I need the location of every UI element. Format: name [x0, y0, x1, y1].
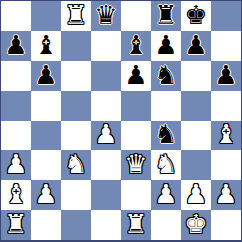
- square-h1[interactable]: [211, 210, 241, 240]
- white-pawn[interactable]: ♟: [214, 181, 237, 207]
- square-f4[interactable]: ♞: [151, 121, 181, 151]
- white-pawn[interactable]: ♟: [4, 151, 27, 177]
- square-e7[interactable]: ♝: [121, 31, 151, 61]
- square-h8[interactable]: [211, 1, 241, 31]
- white-knight[interactable]: ♞: [154, 151, 177, 177]
- black-bishop[interactable]: ♝: [124, 32, 147, 58]
- white-pawn[interactable]: ♟: [154, 181, 177, 207]
- square-f1[interactable]: [151, 210, 181, 240]
- square-g3[interactable]: [181, 150, 211, 180]
- white-knight[interactable]: ♞: [64, 151, 87, 177]
- square-h3[interactable]: [211, 150, 241, 180]
- square-d7[interactable]: [91, 31, 121, 61]
- square-e4[interactable]: [121, 121, 151, 151]
- square-g6[interactable]: [181, 61, 211, 91]
- square-h2[interactable]: ♟: [211, 180, 241, 210]
- square-g8[interactable]: ♚: [181, 1, 211, 31]
- square-f3[interactable]: ♞: [151, 150, 181, 180]
- black-pawn[interactable]: ♟: [154, 32, 177, 58]
- black-queen[interactable]: ♛: [94, 2, 117, 28]
- square-e6[interactable]: ♟: [121, 61, 151, 91]
- square-a6[interactable]: [1, 61, 31, 91]
- square-a5[interactable]: [1, 91, 31, 121]
- black-bishop[interactable]: ♝: [34, 32, 57, 58]
- square-d4[interactable]: ♟: [91, 121, 121, 151]
- square-e3[interactable]: ♛: [121, 150, 151, 180]
- chess-board: ♜♛♜♚♟♝♝♟♟♟♟♞♟♟♞♝♟♞♛♞♝♟♟♟♟♜♜♚: [0, 0, 242, 242]
- square-g1[interactable]: ♚: [181, 210, 211, 240]
- black-pawn[interactable]: ♟: [124, 62, 147, 88]
- square-c4[interactable]: [61, 121, 91, 151]
- square-d8[interactable]: ♛: [91, 1, 121, 31]
- square-e5[interactable]: [121, 91, 151, 121]
- black-knight[interactable]: ♞: [154, 121, 177, 147]
- white-pawn[interactable]: ♟: [34, 181, 57, 207]
- square-h4[interactable]: ♝: [211, 121, 241, 151]
- square-b4[interactable]: [31, 121, 61, 151]
- square-h6[interactable]: ♟: [211, 61, 241, 91]
- square-h5[interactable]: [211, 91, 241, 121]
- square-g4[interactable]: [181, 121, 211, 151]
- square-e1[interactable]: ♜: [121, 210, 151, 240]
- square-e8[interactable]: [121, 1, 151, 31]
- square-d5[interactable]: [91, 91, 121, 121]
- square-b5[interactable]: [31, 91, 61, 121]
- square-d2[interactable]: [91, 180, 121, 210]
- black-pawn[interactable]: ♟: [4, 32, 27, 58]
- white-bishop[interactable]: ♝: [4, 181, 27, 207]
- square-c7[interactable]: [61, 31, 91, 61]
- square-a8[interactable]: [1, 1, 31, 31]
- square-a4[interactable]: [1, 121, 31, 151]
- square-a1[interactable]: ♜: [1, 210, 31, 240]
- square-c3[interactable]: ♞: [61, 150, 91, 180]
- square-c1[interactable]: [61, 210, 91, 240]
- square-f6[interactable]: ♞: [151, 61, 181, 91]
- white-queen[interactable]: ♛: [124, 151, 147, 177]
- square-d3[interactable]: [91, 150, 121, 180]
- square-b7[interactable]: ♝: [31, 31, 61, 61]
- square-b3[interactable]: [31, 150, 61, 180]
- white-rook[interactable]: ♜: [4, 211, 27, 237]
- white-pawn[interactable]: ♟: [184, 181, 207, 207]
- black-king[interactable]: ♚: [184, 2, 207, 28]
- square-f2[interactable]: ♟: [151, 180, 181, 210]
- black-knight[interactable]: ♞: [154, 62, 177, 88]
- black-pawn[interactable]: ♟: [184, 32, 207, 58]
- square-c2[interactable]: [61, 180, 91, 210]
- square-g2[interactable]: ♟: [181, 180, 211, 210]
- square-h7[interactable]: [211, 31, 241, 61]
- black-rook[interactable]: ♜: [154, 2, 177, 28]
- square-e2[interactable]: [121, 180, 151, 210]
- square-b6[interactable]: ♟: [31, 61, 61, 91]
- square-a3[interactable]: ♟: [1, 150, 31, 180]
- black-pawn[interactable]: ♟: [214, 62, 237, 88]
- square-f5[interactable]: [151, 91, 181, 121]
- square-f8[interactable]: ♜: [151, 1, 181, 31]
- square-f7[interactable]: ♟: [151, 31, 181, 61]
- square-c8[interactable]: ♜: [61, 1, 91, 31]
- white-rook[interactable]: ♜: [124, 211, 147, 237]
- white-rook[interactable]: ♜: [64, 2, 87, 28]
- square-g7[interactable]: ♟: [181, 31, 211, 61]
- square-g5[interactable]: [181, 91, 211, 121]
- white-pawn[interactable]: ♟: [94, 121, 117, 147]
- square-b1[interactable]: [31, 210, 61, 240]
- square-a7[interactable]: ♟: [1, 31, 31, 61]
- square-d6[interactable]: [91, 61, 121, 91]
- white-king[interactable]: ♚: [184, 211, 207, 237]
- square-c5[interactable]: [61, 91, 91, 121]
- black-pawn[interactable]: ♟: [34, 62, 57, 88]
- square-d1[interactable]: [91, 210, 121, 240]
- square-b8[interactable]: [31, 1, 61, 31]
- square-c6[interactable]: [61, 61, 91, 91]
- white-bishop[interactable]: ♝: [214, 121, 237, 147]
- square-b2[interactable]: ♟: [31, 180, 61, 210]
- square-a2[interactable]: ♝: [1, 180, 31, 210]
